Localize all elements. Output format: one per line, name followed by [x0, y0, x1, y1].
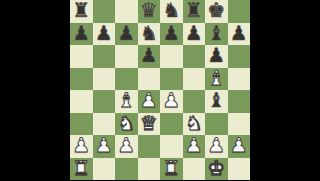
piece-black-knight[interactable]: ♞ — [162, 0, 180, 21]
square-a1[interactable]: ♜ — [70, 158, 93, 181]
square-g7[interactable]: ♝ — [205, 23, 228, 46]
square-a4[interactable] — [70, 90, 93, 113]
piece-black-pawn[interactable]: ♟ — [117, 23, 135, 44]
square-h1[interactable] — [228, 158, 251, 181]
square-c7[interactable]: ♟ — [115, 23, 138, 46]
square-f8[interactable]: ♜ — [183, 0, 206, 23]
square-h5[interactable] — [228, 68, 251, 91]
piece-black-pawn[interactable]: ♟ — [207, 45, 225, 66]
piece-white-pawn[interactable]: ♟ — [95, 135, 113, 156]
square-h7[interactable]: ♟ — [228, 23, 251, 46]
square-c6[interactable] — [115, 45, 138, 68]
piece-black-pawn[interactable]: ♟ — [95, 23, 113, 44]
piece-white-knight[interactable]: ♞ — [185, 113, 203, 134]
square-e8[interactable]: ♞ — [160, 0, 183, 23]
square-e5[interactable] — [160, 68, 183, 91]
piece-black-rook[interactable]: ♜ — [185, 0, 203, 21]
square-e4[interactable]: ♟ — [160, 90, 183, 113]
square-a5[interactable] — [70, 68, 93, 91]
square-a6[interactable] — [70, 45, 93, 68]
square-a7[interactable]: ♟ — [70, 23, 93, 46]
square-b2[interactable]: ♟ — [93, 135, 116, 158]
letterbox-left — [0, 0, 70, 180]
square-g5[interactable]: ♝ — [205, 68, 228, 91]
square-f2[interactable]: ♟ — [183, 135, 206, 158]
square-d4[interactable]: ♟ — [138, 90, 161, 113]
square-h4[interactable] — [228, 90, 251, 113]
square-f4[interactable] — [183, 90, 206, 113]
piece-black-pawn[interactable]: ♟ — [162, 23, 180, 44]
piece-white-rook[interactable]: ♜ — [162, 158, 180, 179]
piece-black-pawn[interactable]: ♟ — [230, 23, 248, 44]
square-a8[interactable]: ♜ — [70, 0, 93, 23]
piece-white-queen[interactable]: ♛ — [140, 113, 158, 134]
piece-white-pawn[interactable]: ♟ — [207, 135, 225, 156]
piece-black-bishop[interactable]: ♝ — [207, 23, 225, 44]
piece-black-pawn[interactable]: ♟ — [185, 23, 203, 44]
chess-board[interactable]: ♜♛♞♜♚♟♟♟♞♟♟♝♟♟♟♝♝♟♟♝♞♛♞♟♟♟♟♟♟♜♜♚ — [70, 0, 250, 180]
piece-white-knight[interactable]: ♞ — [117, 113, 135, 134]
square-f5[interactable] — [183, 68, 206, 91]
square-h2[interactable]: ♟ — [228, 135, 251, 158]
square-b7[interactable]: ♟ — [93, 23, 116, 46]
piece-white-pawn[interactable]: ♟ — [162, 90, 180, 111]
square-b8[interactable] — [93, 0, 116, 23]
square-g4[interactable]: ♝ — [205, 90, 228, 113]
square-c5[interactable] — [115, 68, 138, 91]
square-c3[interactable]: ♞ — [115, 113, 138, 136]
square-b3[interactable] — [93, 113, 116, 136]
square-h8[interactable] — [228, 0, 251, 23]
square-b1[interactable] — [93, 158, 116, 181]
piece-white-pawn[interactable]: ♟ — [72, 135, 90, 156]
square-d3[interactable]: ♛ — [138, 113, 161, 136]
square-g3[interactable] — [205, 113, 228, 136]
square-e7[interactable]: ♟ — [160, 23, 183, 46]
square-d8[interactable]: ♛ — [138, 0, 161, 23]
piece-black-queen[interactable]: ♛ — [140, 0, 158, 21]
piece-black-knight[interactable]: ♞ — [140, 23, 158, 44]
square-c2[interactable]: ♟ — [115, 135, 138, 158]
square-d6[interactable]: ♟ — [138, 45, 161, 68]
square-f7[interactable]: ♟ — [183, 23, 206, 46]
piece-white-bishop[interactable]: ♝ — [117, 90, 135, 111]
piece-white-bishop[interactable]: ♝ — [207, 68, 225, 89]
square-e6[interactable] — [160, 45, 183, 68]
piece-white-pawn[interactable]: ♟ — [117, 135, 135, 156]
square-d2[interactable] — [138, 135, 161, 158]
square-b4[interactable] — [93, 90, 116, 113]
square-e1[interactable]: ♜ — [160, 158, 183, 181]
square-g1[interactable]: ♚ — [205, 158, 228, 181]
square-d5[interactable] — [138, 68, 161, 91]
square-e3[interactable] — [160, 113, 183, 136]
square-g8[interactable]: ♚ — [205, 0, 228, 23]
game-stage: ♜♛♞♜♚♟♟♟♞♟♟♝♟♟♟♝♝♟♟♝♞♛♞♟♟♟♟♟♟♜♜♚ — [0, 0, 320, 180]
square-h6[interactable] — [228, 45, 251, 68]
square-a3[interactable] — [70, 113, 93, 136]
square-h3[interactable] — [228, 113, 251, 136]
piece-white-pawn[interactable]: ♟ — [185, 135, 203, 156]
square-f1[interactable] — [183, 158, 206, 181]
piece-black-pawn[interactable]: ♟ — [140, 45, 158, 66]
square-b5[interactable] — [93, 68, 116, 91]
square-c1[interactable] — [115, 158, 138, 181]
square-d1[interactable] — [138, 158, 161, 181]
piece-white-king[interactable]: ♚ — [207, 158, 225, 179]
square-d7[interactable]: ♞ — [138, 23, 161, 46]
square-g2[interactable]: ♟ — [205, 135, 228, 158]
square-g6[interactable]: ♟ — [205, 45, 228, 68]
piece-white-pawn[interactable]: ♟ — [230, 135, 248, 156]
square-f6[interactable] — [183, 45, 206, 68]
piece-black-king[interactable]: ♚ — [207, 0, 225, 21]
piece-white-pawn[interactable]: ♟ — [140, 90, 158, 111]
piece-white-rook[interactable]: ♜ — [72, 158, 90, 179]
square-e2[interactable] — [160, 135, 183, 158]
piece-black-rook[interactable]: ♜ — [72, 0, 90, 21]
piece-black-pawn[interactable]: ♟ — [72, 23, 90, 44]
square-c4[interactable]: ♝ — [115, 90, 138, 113]
piece-black-bishop[interactable]: ♝ — [207, 90, 225, 111]
square-a2[interactable]: ♟ — [70, 135, 93, 158]
square-c8[interactable] — [115, 0, 138, 23]
letterbox-right — [250, 0, 320, 180]
square-b6[interactable] — [93, 45, 116, 68]
square-f3[interactable]: ♞ — [183, 113, 206, 136]
